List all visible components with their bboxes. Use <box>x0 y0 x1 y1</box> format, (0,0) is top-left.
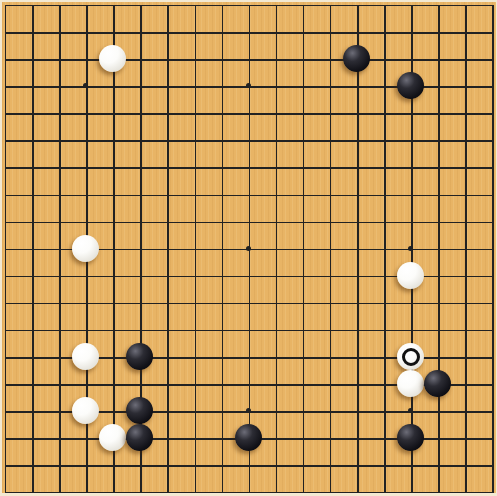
board-intersection[interactable] <box>18 262 45 289</box>
board-intersection[interactable] <box>208 289 235 316</box>
board-intersection[interactable] <box>397 208 424 235</box>
board-intersection[interactable] <box>316 262 343 289</box>
board-intersection[interactable] <box>262 424 289 451</box>
board-intersection[interactable] <box>289 208 316 235</box>
board-intersection[interactable] <box>397 343 424 370</box>
board-intersection[interactable] <box>235 343 262 370</box>
board-intersection[interactable] <box>424 370 451 397</box>
board-intersection[interactable] <box>370 289 397 316</box>
board-intersection[interactable] <box>153 478 180 493</box>
board-intersection[interactable] <box>72 478 99 493</box>
board-intersection[interactable] <box>126 235 153 262</box>
board-intersection[interactable] <box>397 397 424 424</box>
board-intersection[interactable] <box>2 451 18 478</box>
board-intersection[interactable] <box>478 424 496 451</box>
board-intersection[interactable] <box>262 2 289 18</box>
board-intersection[interactable] <box>235 72 262 99</box>
board-intersection[interactable] <box>370 370 397 397</box>
board-intersection[interactable] <box>424 72 451 99</box>
board-intersection[interactable] <box>235 208 262 235</box>
board-intersection[interactable] <box>370 451 397 478</box>
board-intersection[interactable] <box>235 262 262 289</box>
board-intersection[interactable] <box>2 424 18 451</box>
board-intersection[interactable] <box>424 235 451 262</box>
board-intersection[interactable] <box>72 99 99 126</box>
board-intersection[interactable] <box>208 316 235 343</box>
board-intersection[interactable] <box>343 289 370 316</box>
board-intersection[interactable] <box>153 262 180 289</box>
board-intersection[interactable] <box>181 451 208 478</box>
board-intersection[interactable] <box>262 397 289 424</box>
board-intersection[interactable] <box>18 208 45 235</box>
board-intersection[interactable] <box>18 424 45 451</box>
board-intersection[interactable] <box>2 126 18 153</box>
board-intersection[interactable] <box>343 262 370 289</box>
board-intersection[interactable] <box>289 424 316 451</box>
board-intersection[interactable] <box>478 289 496 316</box>
board-intersection[interactable] <box>262 262 289 289</box>
board-intersection[interactable] <box>2 45 18 72</box>
board-intersection[interactable] <box>153 72 180 99</box>
board-intersection[interactable] <box>370 235 397 262</box>
board-intersection[interactable] <box>370 181 397 208</box>
board-intersection[interactable] <box>99 451 126 478</box>
board-intersection[interactable] <box>153 126 180 153</box>
board-intersection[interactable] <box>45 343 72 370</box>
board-intersection[interactable] <box>72 451 99 478</box>
board-intersection[interactable] <box>99 424 126 451</box>
board-intersection[interactable] <box>181 208 208 235</box>
board-intersection[interactable] <box>289 2 316 18</box>
board-intersection[interactable] <box>126 181 153 208</box>
board-intersection[interactable] <box>72 262 99 289</box>
board-intersection[interactable] <box>424 478 451 493</box>
board-intersection[interactable] <box>478 316 496 343</box>
board-intersection[interactable] <box>289 18 316 45</box>
board-intersection[interactable] <box>289 316 316 343</box>
board-intersection[interactable] <box>424 18 451 45</box>
board-intersection[interactable] <box>478 126 496 153</box>
board-intersection[interactable] <box>18 99 45 126</box>
board-intersection[interactable] <box>126 370 153 397</box>
board-intersection[interactable] <box>208 451 235 478</box>
board-intersection[interactable] <box>45 235 72 262</box>
board-intersection[interactable] <box>235 18 262 45</box>
board-intersection[interactable] <box>370 2 397 18</box>
board-intersection[interactable] <box>208 478 235 493</box>
board-intersection[interactable] <box>126 99 153 126</box>
board-intersection[interactable] <box>289 289 316 316</box>
board-intersection[interactable] <box>424 2 451 18</box>
board-intersection[interactable] <box>262 126 289 153</box>
board-intersection[interactable] <box>370 424 397 451</box>
board-intersection[interactable] <box>343 18 370 45</box>
board-intersection[interactable] <box>397 370 424 397</box>
board-intersection[interactable] <box>424 262 451 289</box>
board-intersection[interactable] <box>2 370 18 397</box>
board-intersection[interactable] <box>235 289 262 316</box>
board-intersection[interactable] <box>343 45 370 72</box>
board-intersection[interactable] <box>451 99 478 126</box>
board-intersection[interactable] <box>99 397 126 424</box>
board-intersection[interactable] <box>18 451 45 478</box>
board-intersection[interactable] <box>370 45 397 72</box>
board-intersection[interactable] <box>153 208 180 235</box>
board-intersection[interactable] <box>99 2 126 18</box>
board-intersection[interactable] <box>316 181 343 208</box>
board-intersection[interactable] <box>262 72 289 99</box>
board-intersection[interactable] <box>343 153 370 180</box>
board-intersection[interactable] <box>235 2 262 18</box>
board-intersection[interactable] <box>262 235 289 262</box>
board-intersection[interactable] <box>153 18 180 45</box>
board-intersection[interactable] <box>208 208 235 235</box>
board-intersection[interactable] <box>2 397 18 424</box>
board-intersection[interactable] <box>181 397 208 424</box>
board-intersection[interactable] <box>126 424 153 451</box>
board-intersection[interactable] <box>262 181 289 208</box>
board-intersection[interactable] <box>208 2 235 18</box>
board-intersection[interactable] <box>99 478 126 493</box>
board-intersection[interactable] <box>2 18 18 45</box>
board-intersection[interactable] <box>181 99 208 126</box>
board-intersection[interactable] <box>478 370 496 397</box>
board-intersection[interactable] <box>2 289 18 316</box>
board-intersection[interactable] <box>153 99 180 126</box>
board-intersection[interactable] <box>45 126 72 153</box>
board-intersection[interactable] <box>153 2 180 18</box>
board-intersection[interactable] <box>397 99 424 126</box>
board-intersection[interactable] <box>45 208 72 235</box>
board-intersection[interactable] <box>72 181 99 208</box>
board-intersection[interactable] <box>316 18 343 45</box>
board-intersection[interactable] <box>343 478 370 493</box>
board-intersection[interactable] <box>478 262 496 289</box>
board-intersection[interactable] <box>2 343 18 370</box>
board-intersection[interactable] <box>343 181 370 208</box>
board-intersection[interactable] <box>45 451 72 478</box>
board-intersection[interactable] <box>181 181 208 208</box>
board-intersection[interactable] <box>451 316 478 343</box>
board-intersection[interactable] <box>208 45 235 72</box>
board-intersection[interactable] <box>99 99 126 126</box>
board-intersection[interactable] <box>289 99 316 126</box>
board-intersection[interactable] <box>208 262 235 289</box>
board-intersection[interactable] <box>478 208 496 235</box>
board-intersection[interactable] <box>153 397 180 424</box>
board-intersection[interactable] <box>72 18 99 45</box>
board-intersection[interactable] <box>343 208 370 235</box>
board-intersection[interactable] <box>181 18 208 45</box>
board-intersection[interactable] <box>424 126 451 153</box>
board-intersection[interactable] <box>99 208 126 235</box>
board-intersection[interactable] <box>45 99 72 126</box>
board-intersection[interactable] <box>181 72 208 99</box>
board-intersection[interactable] <box>18 316 45 343</box>
board-intersection[interactable] <box>126 72 153 99</box>
board-intersection[interactable] <box>316 343 343 370</box>
board-intersection[interactable] <box>72 72 99 99</box>
board-intersection[interactable] <box>478 72 496 99</box>
board-intersection[interactable] <box>451 72 478 99</box>
board-intersection[interactable] <box>153 45 180 72</box>
board-intersection[interactable] <box>370 153 397 180</box>
board-intersection[interactable] <box>289 72 316 99</box>
board-intersection[interactable] <box>316 370 343 397</box>
board-intersection[interactable] <box>262 289 289 316</box>
board-intersection[interactable] <box>262 343 289 370</box>
board-intersection[interactable] <box>397 181 424 208</box>
board-intersection[interactable] <box>208 126 235 153</box>
board-intersection[interactable] <box>208 370 235 397</box>
board-intersection[interactable] <box>153 424 180 451</box>
board-intersection[interactable] <box>289 478 316 493</box>
board-intersection[interactable] <box>181 235 208 262</box>
board-intersection[interactable] <box>316 126 343 153</box>
board-intersection[interactable] <box>397 72 424 99</box>
board-intersection[interactable] <box>45 72 72 99</box>
board-intersection[interactable] <box>289 235 316 262</box>
board-intersection[interactable] <box>2 316 18 343</box>
board-intersection[interactable] <box>126 316 153 343</box>
board-intersection[interactable] <box>72 45 99 72</box>
board-intersection[interactable] <box>99 343 126 370</box>
board-intersection[interactable] <box>45 153 72 180</box>
board-intersection[interactable] <box>424 181 451 208</box>
board-intersection[interactable] <box>424 208 451 235</box>
board-intersection[interactable] <box>72 316 99 343</box>
board-intersection[interactable] <box>262 316 289 343</box>
board-intersection[interactable] <box>235 397 262 424</box>
board-intersection[interactable] <box>451 343 478 370</box>
board-intersection[interactable] <box>153 451 180 478</box>
board-intersection[interactable] <box>289 262 316 289</box>
board-intersection[interactable] <box>72 289 99 316</box>
board-intersection[interactable] <box>235 45 262 72</box>
board-intersection[interactable] <box>126 289 153 316</box>
board-intersection[interactable] <box>370 478 397 493</box>
board-intersection[interactable] <box>126 262 153 289</box>
board-intersection[interactable] <box>72 126 99 153</box>
board-intersection[interactable] <box>478 181 496 208</box>
board-intersection[interactable] <box>289 45 316 72</box>
board-intersection[interactable] <box>424 397 451 424</box>
board-intersection[interactable] <box>370 343 397 370</box>
board-intersection[interactable] <box>316 424 343 451</box>
board-intersection[interactable] <box>45 289 72 316</box>
board-intersection[interactable] <box>208 18 235 45</box>
board-intersection[interactable] <box>343 370 370 397</box>
board-intersection[interactable] <box>45 316 72 343</box>
board-intersection[interactable] <box>45 45 72 72</box>
board-intersection[interactable] <box>181 424 208 451</box>
board-intersection[interactable] <box>45 18 72 45</box>
board-intersection[interactable] <box>424 45 451 72</box>
board-intersection[interactable] <box>316 153 343 180</box>
board-intersection[interactable] <box>181 45 208 72</box>
board-intersection[interactable] <box>72 208 99 235</box>
board-intersection[interactable] <box>153 343 180 370</box>
board-intersection[interactable] <box>235 316 262 343</box>
board-intersection[interactable] <box>2 99 18 126</box>
board-intersection[interactable] <box>424 424 451 451</box>
board-intersection[interactable] <box>99 18 126 45</box>
board-intersection[interactable] <box>316 235 343 262</box>
board-intersection[interactable] <box>478 45 496 72</box>
board-intersection[interactable] <box>397 424 424 451</box>
board-intersection[interactable] <box>343 316 370 343</box>
board-intersection[interactable] <box>235 99 262 126</box>
board-intersection[interactable] <box>397 262 424 289</box>
board-intersection[interactable] <box>235 424 262 451</box>
board-intersection[interactable] <box>2 181 18 208</box>
board-intersection[interactable] <box>370 18 397 45</box>
board-intersection[interactable] <box>262 45 289 72</box>
board-intersection[interactable] <box>99 235 126 262</box>
board-intersection[interactable] <box>208 343 235 370</box>
board-intersection[interactable] <box>478 99 496 126</box>
board-intersection[interactable] <box>289 370 316 397</box>
board-intersection[interactable] <box>451 451 478 478</box>
board-intersection[interactable] <box>18 235 45 262</box>
board-intersection[interactable] <box>451 153 478 180</box>
board-intersection[interactable] <box>370 262 397 289</box>
board-intersection[interactable] <box>235 153 262 180</box>
board-intersection[interactable] <box>181 370 208 397</box>
board-intersection[interactable] <box>18 45 45 72</box>
board-intersection[interactable] <box>397 18 424 45</box>
board-intersection[interactable] <box>343 343 370 370</box>
board-intersection[interactable] <box>478 153 496 180</box>
board-intersection[interactable] <box>316 45 343 72</box>
board-intersection[interactable] <box>397 235 424 262</box>
board-intersection[interactable] <box>72 153 99 180</box>
board-intersection[interactable] <box>451 424 478 451</box>
board-intersection[interactable] <box>72 235 99 262</box>
board-intersection[interactable] <box>370 126 397 153</box>
board-intersection[interactable] <box>45 181 72 208</box>
board-intersection[interactable] <box>208 181 235 208</box>
board-intersection[interactable] <box>343 397 370 424</box>
board-intersection[interactable] <box>316 2 343 18</box>
board-intersection[interactable] <box>208 424 235 451</box>
board-intersection[interactable] <box>262 478 289 493</box>
board-intersection[interactable] <box>451 262 478 289</box>
board-intersection[interactable] <box>208 397 235 424</box>
board-intersection[interactable] <box>451 45 478 72</box>
board-intersection[interactable] <box>2 262 18 289</box>
board-intersection[interactable] <box>424 289 451 316</box>
board-intersection[interactable] <box>343 424 370 451</box>
board-intersection[interactable] <box>451 181 478 208</box>
board-intersection[interactable] <box>18 126 45 153</box>
board-intersection[interactable] <box>181 316 208 343</box>
board-intersection[interactable] <box>235 370 262 397</box>
board-intersection[interactable] <box>370 99 397 126</box>
board-intersection[interactable] <box>18 478 45 493</box>
board-intersection[interactable] <box>316 478 343 493</box>
board-intersection[interactable] <box>72 397 99 424</box>
board-intersection[interactable] <box>153 181 180 208</box>
board-intersection[interactable] <box>99 370 126 397</box>
board-intersection[interactable] <box>316 208 343 235</box>
board-intersection[interactable] <box>451 126 478 153</box>
board-intersection[interactable] <box>18 2 45 18</box>
board-intersection[interactable] <box>126 451 153 478</box>
board-intersection[interactable] <box>370 208 397 235</box>
board-intersection[interactable] <box>99 316 126 343</box>
board-intersection[interactable] <box>478 451 496 478</box>
board-intersection[interactable] <box>424 99 451 126</box>
board-intersection[interactable] <box>126 208 153 235</box>
board-intersection[interactable] <box>235 181 262 208</box>
board-intersection[interactable] <box>289 451 316 478</box>
board-intersection[interactable] <box>72 424 99 451</box>
board-intersection[interactable] <box>208 99 235 126</box>
board-intersection[interactable] <box>316 316 343 343</box>
board-intersection[interactable] <box>289 126 316 153</box>
board-intersection[interactable] <box>478 2 496 18</box>
board-intersection[interactable] <box>289 397 316 424</box>
board-intersection[interactable] <box>99 126 126 153</box>
board-intersection[interactable] <box>208 153 235 180</box>
board-intersection[interactable] <box>99 45 126 72</box>
board-intersection[interactable] <box>370 397 397 424</box>
board-intersection[interactable] <box>262 18 289 45</box>
board-intersection[interactable] <box>478 343 496 370</box>
board-intersection[interactable] <box>451 208 478 235</box>
board-intersection[interactable] <box>18 72 45 99</box>
board-intersection[interactable] <box>153 316 180 343</box>
board-intersection[interactable] <box>316 397 343 424</box>
board-intersection[interactable] <box>153 153 180 180</box>
board-intersection[interactable] <box>181 126 208 153</box>
board-intersection[interactable] <box>424 451 451 478</box>
board-intersection[interactable] <box>397 153 424 180</box>
board-intersection[interactable] <box>262 153 289 180</box>
board-intersection[interactable] <box>208 72 235 99</box>
board-intersection[interactable] <box>235 451 262 478</box>
board-intersection[interactable] <box>451 397 478 424</box>
board-intersection[interactable] <box>316 99 343 126</box>
board-intersection[interactable] <box>478 397 496 424</box>
board-intersection[interactable] <box>397 478 424 493</box>
board-intersection[interactable] <box>397 45 424 72</box>
board-intersection[interactable] <box>262 451 289 478</box>
board-intersection[interactable] <box>99 289 126 316</box>
board-intersection[interactable] <box>181 478 208 493</box>
board-intersection[interactable] <box>126 45 153 72</box>
board-intersection[interactable] <box>478 18 496 45</box>
board-intersection[interactable] <box>18 289 45 316</box>
board-intersection[interactable] <box>2 478 18 493</box>
board-intersection[interactable] <box>72 343 99 370</box>
board-intersection[interactable] <box>126 397 153 424</box>
board-intersection[interactable] <box>72 2 99 18</box>
board-intersection[interactable] <box>397 451 424 478</box>
board-intersection[interactable] <box>316 451 343 478</box>
board-intersection[interactable] <box>451 478 478 493</box>
board-intersection[interactable] <box>343 235 370 262</box>
board-intersection[interactable] <box>397 289 424 316</box>
board-intersection[interactable] <box>45 397 72 424</box>
board-intersection[interactable] <box>424 343 451 370</box>
board-intersection[interactable] <box>343 99 370 126</box>
board-intersection[interactable] <box>235 235 262 262</box>
board-intersection[interactable] <box>153 370 180 397</box>
board-intersection[interactable] <box>451 289 478 316</box>
board-intersection[interactable] <box>289 343 316 370</box>
